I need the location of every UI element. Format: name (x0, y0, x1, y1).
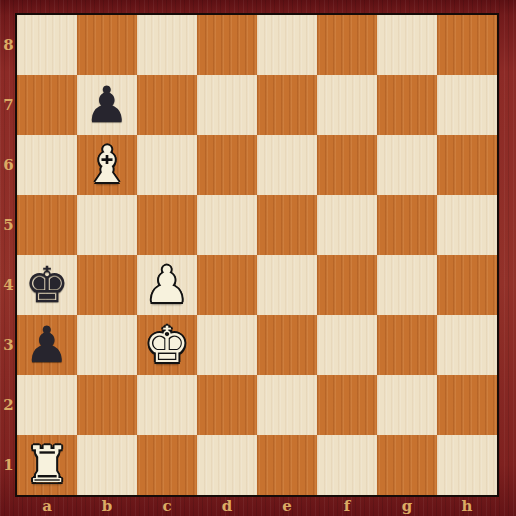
file-label-h: h (437, 495, 497, 516)
file-label-g: g (377, 495, 437, 516)
rank-label-7: 7 (0, 75, 17, 135)
piece-black-pawn[interactable]: ♟ (85, 76, 130, 134)
rank-labels: 87654321 (0, 15, 17, 495)
square-e3[interactable] (257, 315, 317, 375)
square-g3[interactable] (377, 315, 437, 375)
square-a1[interactable]: ♜ (17, 435, 77, 495)
square-g4[interactable] (377, 255, 437, 315)
file-label-a: a (17, 495, 77, 516)
square-d8[interactable] (197, 15, 257, 75)
square-h4[interactable] (437, 255, 497, 315)
square-f8[interactable] (317, 15, 377, 75)
chessboard-frame: ♟♝♚♟♟♚♜ 87654321 abcdefgh (0, 0, 516, 516)
square-c2[interactable] (137, 375, 197, 435)
square-d7[interactable] (197, 75, 257, 135)
square-b7[interactable]: ♟ (77, 75, 137, 135)
square-e4[interactable] (257, 255, 317, 315)
square-e2[interactable] (257, 375, 317, 435)
rank-label-5: 5 (0, 195, 17, 255)
square-h8[interactable] (437, 15, 497, 75)
square-e5[interactable] (257, 195, 317, 255)
square-a8[interactable] (17, 15, 77, 75)
square-e1[interactable] (257, 435, 317, 495)
square-c1[interactable] (137, 435, 197, 495)
square-g8[interactable] (377, 15, 437, 75)
rank-label-1: 1 (0, 435, 17, 495)
square-f3[interactable] (317, 315, 377, 375)
square-b2[interactable] (77, 375, 137, 435)
square-f5[interactable] (317, 195, 377, 255)
square-f4[interactable] (317, 255, 377, 315)
square-c5[interactable] (137, 195, 197, 255)
file-labels: abcdefgh (17, 495, 497, 516)
file-label-d: d (197, 495, 257, 516)
square-d6[interactable] (197, 135, 257, 195)
square-b8[interactable] (77, 15, 137, 75)
square-b6[interactable]: ♝ (77, 135, 137, 195)
square-c3[interactable]: ♚ (137, 315, 197, 375)
square-a3[interactable]: ♟ (17, 315, 77, 375)
piece-white-bishop[interactable]: ♝ (85, 136, 130, 194)
piece-white-rook[interactable]: ♜ (25, 436, 70, 494)
file-label-f: f (317, 495, 377, 516)
square-g7[interactable] (377, 75, 437, 135)
square-h5[interactable] (437, 195, 497, 255)
rank-label-8: 8 (0, 15, 17, 75)
rank-label-4: 4 (0, 255, 17, 315)
square-d5[interactable] (197, 195, 257, 255)
rank-label-2: 2 (0, 375, 17, 435)
square-f6[interactable] (317, 135, 377, 195)
square-a5[interactable] (17, 195, 77, 255)
square-c4[interactable]: ♟ (137, 255, 197, 315)
square-a7[interactable] (17, 75, 77, 135)
file-label-c: c (137, 495, 197, 516)
square-h3[interactable] (437, 315, 497, 375)
square-g1[interactable] (377, 435, 437, 495)
square-b5[interactable] (77, 195, 137, 255)
file-label-e: e (257, 495, 317, 516)
square-d1[interactable] (197, 435, 257, 495)
square-a4[interactable]: ♚ (17, 255, 77, 315)
rank-label-6: 6 (0, 135, 17, 195)
piece-white-king[interactable]: ♚ (145, 316, 190, 374)
square-h2[interactable] (437, 375, 497, 435)
square-g2[interactable] (377, 375, 437, 435)
square-b3[interactable] (77, 315, 137, 375)
square-c8[interactable] (137, 15, 197, 75)
square-c6[interactable] (137, 135, 197, 195)
square-d3[interactable] (197, 315, 257, 375)
square-f1[interactable] (317, 435, 377, 495)
square-f2[interactable] (317, 375, 377, 435)
square-e8[interactable] (257, 15, 317, 75)
square-g5[interactable] (377, 195, 437, 255)
piece-black-pawn[interactable]: ♟ (25, 316, 70, 374)
square-b1[interactable] (77, 435, 137, 495)
file-label-b: b (77, 495, 137, 516)
square-h7[interactable] (437, 75, 497, 135)
piece-black-king[interactable]: ♚ (25, 256, 70, 314)
square-a6[interactable] (17, 135, 77, 195)
piece-white-pawn[interactable]: ♟ (145, 256, 190, 314)
chessboard: ♟♝♚♟♟♚♜ (17, 15, 497, 495)
square-g6[interactable] (377, 135, 437, 195)
square-c7[interactable] (137, 75, 197, 135)
square-h1[interactable] (437, 435, 497, 495)
square-e7[interactable] (257, 75, 317, 135)
square-e6[interactable] (257, 135, 317, 195)
square-h6[interactable] (437, 135, 497, 195)
rank-label-3: 3 (0, 315, 17, 375)
square-b4[interactable] (77, 255, 137, 315)
square-d2[interactable] (197, 375, 257, 435)
square-f7[interactable] (317, 75, 377, 135)
square-a2[interactable] (17, 375, 77, 435)
square-d4[interactable] (197, 255, 257, 315)
